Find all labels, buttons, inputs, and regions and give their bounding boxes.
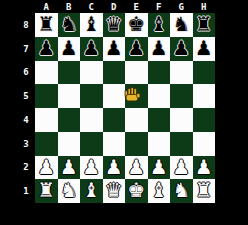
square-b6[interactable]	[58, 61, 81, 85]
square-d3[interactable]	[103, 132, 126, 156]
square-c8[interactable]: ♝	[80, 13, 103, 37]
square-a7[interactable]: ♟	[35, 37, 58, 61]
piece-white-p-a2: ♟	[35, 156, 58, 180]
piece-white-n-g1: ♞	[170, 179, 193, 203]
piece-black-p-c7: ♟	[80, 37, 103, 61]
rank-label-7: 7	[20, 37, 32, 61]
square-e2[interactable]: ♟	[125, 156, 148, 180]
square-g4[interactable]	[170, 108, 193, 132]
square-b8[interactable]: ♞	[58, 13, 81, 37]
piece-white-p-e2: ♟	[125, 156, 148, 180]
file-label-e: E	[125, 1, 148, 12]
square-c6[interactable]	[80, 61, 103, 85]
square-f7[interactable]: ♟	[148, 37, 171, 61]
square-f1[interactable]: ♝	[148, 179, 171, 203]
square-f5[interactable]	[148, 84, 171, 108]
square-d6[interactable]	[103, 61, 126, 85]
rank-label-6: 6	[20, 61, 32, 85]
piece-white-p-f2: ♟	[148, 156, 171, 180]
square-b5[interactable]	[58, 84, 81, 108]
square-a5[interactable]	[35, 84, 58, 108]
piece-black-p-e7: ♟	[125, 37, 148, 61]
square-c5[interactable]	[80, 84, 103, 108]
square-a3[interactable]	[35, 132, 58, 156]
piece-black-p-b7: ♟	[58, 37, 81, 61]
square-c3[interactable]	[80, 132, 103, 156]
rank-label-2: 2	[20, 156, 32, 180]
file-label-f: F	[148, 1, 171, 12]
square-f4[interactable]	[148, 108, 171, 132]
piece-white-b-f1: ♝	[148, 179, 171, 203]
piece-white-b-c1: ♝	[80, 179, 103, 203]
piece-black-n-g8: ♞	[170, 13, 193, 37]
file-label-h: H	[193, 1, 216, 12]
piece-white-p-c2: ♟	[80, 156, 103, 180]
square-a1[interactable]: ♜	[35, 179, 58, 203]
square-g6[interactable]	[170, 61, 193, 85]
rank-label-8: 8	[20, 13, 32, 37]
hand-cursor[interactable]	[124, 86, 141, 103]
square-d5[interactable]	[103, 84, 126, 108]
square-h3[interactable]	[193, 132, 216, 156]
piece-white-k-e1: ♚	[125, 179, 148, 203]
file-label-g: G	[170, 1, 193, 12]
square-f2[interactable]: ♟	[148, 156, 171, 180]
square-d8[interactable]: ♛	[103, 13, 126, 37]
piece-white-q-d1: ♛	[103, 179, 126, 203]
square-d4[interactable]	[103, 108, 126, 132]
square-d1[interactable]: ♛	[103, 179, 126, 203]
rank-label-4: 4	[20, 108, 32, 132]
piece-black-r-h8: ♜	[193, 13, 216, 37]
file-labels: ABCDEFGH	[35, 1, 215, 12]
square-d2[interactable]: ♟	[103, 156, 126, 180]
file-label-c: C	[80, 1, 103, 12]
square-a2[interactable]: ♟	[35, 156, 58, 180]
file-label-d: D	[103, 1, 126, 12]
square-e4[interactable]	[125, 108, 148, 132]
square-b4[interactable]	[58, 108, 81, 132]
piece-black-r-a8: ♜	[35, 13, 58, 37]
file-label-b: B	[58, 1, 81, 12]
square-h1[interactable]: ♜	[193, 179, 216, 203]
square-b3[interactable]	[58, 132, 81, 156]
piece-white-p-d2: ♟	[103, 156, 126, 180]
rank-label-5: 5	[20, 84, 32, 108]
piece-black-n-b8: ♞	[58, 13, 81, 37]
square-b1[interactable]: ♞	[58, 179, 81, 203]
piece-white-r-a1: ♜	[35, 179, 58, 203]
square-g3[interactable]	[170, 132, 193, 156]
square-c4[interactable]	[80, 108, 103, 132]
square-h8[interactable]: ♜	[193, 13, 216, 37]
square-b2[interactable]: ♟	[58, 156, 81, 180]
piece-white-p-g2: ♟	[170, 156, 193, 180]
hand-cursor-icon	[124, 86, 141, 103]
square-b7[interactable]: ♟	[58, 37, 81, 61]
piece-white-n-b1: ♞	[58, 179, 81, 203]
square-a6[interactable]	[35, 61, 58, 85]
rank-label-1: 1	[20, 179, 32, 203]
square-a8[interactable]: ♜	[35, 13, 58, 37]
game-screen: ABCDEFGH 87654321 ♜♞♝♛♚♝♞♜♟♟♟♟♟♟♟♟ ♟♟♟♟♟…	[0, 0, 248, 225]
square-a4[interactable]	[35, 108, 58, 132]
square-e7[interactable]: ♟	[125, 37, 148, 61]
piece-black-p-a7: ♟	[35, 37, 58, 61]
square-e3[interactable]	[125, 132, 148, 156]
square-f6[interactable]	[148, 61, 171, 85]
piece-white-r-h1: ♜	[193, 179, 216, 203]
square-g1[interactable]: ♞	[170, 179, 193, 203]
piece-black-b-c8: ♝	[80, 13, 103, 37]
piece-black-p-g7: ♟	[170, 37, 193, 61]
square-c1[interactable]: ♝	[80, 179, 103, 203]
square-h5[interactable]	[193, 84, 216, 108]
square-e6[interactable]	[125, 61, 148, 85]
square-g7[interactable]: ♟	[170, 37, 193, 61]
chess-board: ♜♞♝♛♚♝♞♜♟♟♟♟♟♟♟♟ ♟♟♟♟♟♟♟♟♜♞♝♛♚♝♞♜	[35, 13, 215, 203]
piece-white-p-h2: ♟	[193, 156, 216, 180]
square-h7[interactable]: ♟	[193, 37, 216, 61]
square-g2[interactable]: ♟	[170, 156, 193, 180]
piece-black-b-f8: ♝	[148, 13, 171, 37]
piece-black-p-h7: ♟	[193, 37, 216, 61]
square-f8[interactable]: ♝	[148, 13, 171, 37]
piece-black-k-e8: ♚	[125, 13, 148, 37]
square-e5[interactable]	[125, 84, 148, 108]
square-g8[interactable]: ♞	[170, 13, 193, 37]
square-h4[interactable]	[193, 108, 216, 132]
rank-label-3: 3	[20, 132, 32, 156]
square-h2[interactable]: ♟	[193, 156, 216, 180]
square-f3[interactable]	[148, 132, 171, 156]
square-e8[interactable]: ♚	[125, 13, 148, 37]
square-d7[interactable]: ♟	[103, 37, 126, 61]
square-c7[interactable]: ♟	[80, 37, 103, 61]
piece-black-p-f7: ♟	[148, 37, 171, 61]
square-h6[interactable]	[193, 61, 216, 85]
piece-white-p-b2: ♟	[58, 156, 81, 180]
file-label-a: A	[35, 1, 58, 12]
square-e1[interactable]: ♚	[125, 179, 148, 203]
square-c2[interactable]: ♟	[80, 156, 103, 180]
square-g5[interactable]	[170, 84, 193, 108]
piece-black-p-d7: ♟	[103, 37, 126, 61]
rank-labels: 87654321	[20, 13, 32, 203]
piece-black-q-d8: ♛	[103, 13, 126, 37]
